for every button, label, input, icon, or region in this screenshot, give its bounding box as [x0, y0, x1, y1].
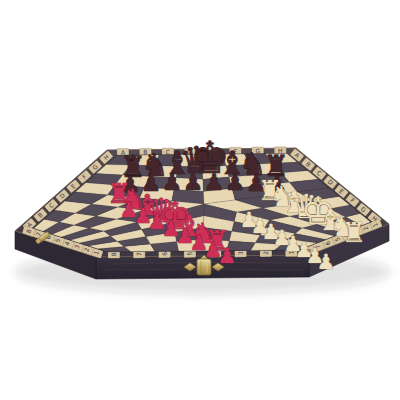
- svg-text:8: 8: [110, 252, 117, 256]
- dark-pawn[interactable]: ♟: [225, 169, 246, 195]
- white-pawn[interactable]: ♟: [317, 250, 336, 274]
- dark-pawn[interactable]: ♟: [183, 169, 204, 195]
- svg-text:6: 6: [161, 252, 168, 256]
- product-photo: ABCDEFGHABCDEFGHABCDEFGH1234567812345678…: [0, 0, 400, 400]
- dark-pawn[interactable]: ♟: [204, 169, 225, 195]
- three-player-chess-scene: ABCDEFGHABCDEFGHABCDEFGH1234567812345678…: [0, 0, 400, 400]
- svg-text:2: 2: [262, 251, 269, 255]
- svg-text:3: 3: [237, 251, 244, 255]
- svg-text:7: 7: [135, 252, 142, 256]
- white-rook[interactable]: ♜: [342, 217, 366, 248]
